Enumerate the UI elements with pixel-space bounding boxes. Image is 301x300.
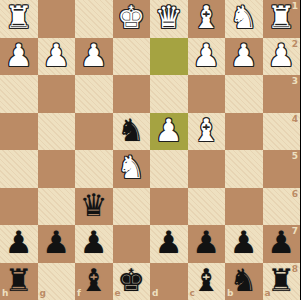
square-g3[interactable] — [38, 75, 76, 113]
square-a5[interactable]: 5 — [263, 150, 301, 188]
rank-label-5: 5 — [292, 152, 298, 161]
white-knight[interactable]: ♞ — [117, 152, 145, 183]
square-b6[interactable] — [225, 188, 263, 226]
square-a8[interactable]: ♜8a — [263, 263, 301, 300]
square-d2[interactable] — [150, 38, 188, 76]
square-h4[interactable] — [0, 113, 38, 151]
square-b4[interactable] — [225, 113, 263, 151]
square-f6[interactable]: ♛ — [75, 188, 113, 226]
file-label-g: g — [40, 289, 46, 298]
square-a6[interactable]: 6 — [263, 188, 301, 226]
white-pawn[interactable]: ♟ — [267, 40, 295, 71]
square-d5[interactable] — [150, 150, 188, 188]
rank-label-3: 3 — [292, 77, 298, 86]
square-f4[interactable] — [75, 113, 113, 151]
square-c5[interactable] — [188, 150, 226, 188]
white-pawn[interactable]: ♟ — [80, 40, 108, 71]
square-c1[interactable]: ♝ — [188, 0, 226, 38]
file-label-d: d — [152, 289, 158, 298]
black-pawn[interactable]: ♟ — [155, 227, 183, 258]
square-a7[interactable]: ♟7 — [263, 225, 301, 263]
black-bishop[interactable]: ♝ — [192, 265, 220, 296]
square-a1[interactable]: ♜1 — [263, 0, 301, 38]
square-c6[interactable] — [188, 188, 226, 226]
square-e3[interactable] — [113, 75, 151, 113]
square-e5[interactable]: ♞ — [113, 150, 151, 188]
square-g4[interactable] — [38, 113, 76, 151]
square-g8[interactable]: g — [38, 263, 76, 300]
square-f1[interactable] — [75, 0, 113, 38]
square-e8[interactable]: ♚e — [113, 263, 151, 300]
square-g6[interactable] — [38, 188, 76, 226]
black-pawn[interactable]: ♟ — [267, 227, 295, 258]
black-pawn[interactable]: ♟ — [5, 227, 33, 258]
square-a2[interactable]: ♟2 — [263, 38, 301, 76]
square-e2[interactable] — [113, 38, 151, 76]
square-e1[interactable]: ♚ — [113, 0, 151, 38]
square-b8[interactable]: ♞b — [225, 263, 263, 300]
white-pawn[interactable]: ♟ — [5, 40, 33, 71]
square-h5[interactable] — [0, 150, 38, 188]
square-h7[interactable]: ♟ — [0, 225, 38, 263]
square-c3[interactable] — [188, 75, 226, 113]
square-d6[interactable] — [150, 188, 188, 226]
white-queen[interactable]: ♛ — [155, 2, 183, 33]
square-h2[interactable]: ♟ — [0, 38, 38, 76]
white-pawn[interactable]: ♟ — [230, 40, 258, 71]
black-pawn[interactable]: ♟ — [230, 227, 258, 258]
square-b1[interactable]: ♞ — [225, 0, 263, 38]
white-bishop[interactable]: ♝ — [192, 115, 220, 146]
square-g7[interactable]: ♟ — [38, 225, 76, 263]
square-f5[interactable] — [75, 150, 113, 188]
white-king[interactable]: ♚ — [117, 2, 145, 33]
rank-label-6: 6 — [292, 190, 298, 199]
black-bishop[interactable]: ♝ — [80, 265, 108, 296]
square-g1[interactable] — [38, 0, 76, 38]
black-pawn[interactable]: ♟ — [192, 227, 220, 258]
black-rook[interactable]: ♜ — [267, 265, 295, 296]
chess-board-container: ♜♚♛♝♞♜1♟♟♟♟♟♟23♞♟♝4♞5♛6♟♟♟♟♟♟♟7♜hg♝f♚ed♝… — [0, 0, 300, 300]
square-b5[interactable] — [225, 150, 263, 188]
rank-label-4: 4 — [292, 115, 298, 124]
square-a3[interactable]: 3 — [263, 75, 301, 113]
black-pawn[interactable]: ♟ — [42, 227, 70, 258]
white-rook[interactable]: ♜ — [5, 2, 33, 33]
square-a4[interactable]: 4 — [263, 113, 301, 151]
white-rook[interactable]: ♜ — [267, 2, 295, 33]
square-d8[interactable]: d — [150, 263, 188, 300]
square-h8[interactable]: ♜h — [0, 263, 38, 300]
square-f2[interactable]: ♟ — [75, 38, 113, 76]
square-g2[interactable]: ♟ — [38, 38, 76, 76]
square-e7[interactable] — [113, 225, 151, 263]
square-d4[interactable]: ♟ — [150, 113, 188, 151]
square-c7[interactable]: ♟ — [188, 225, 226, 263]
square-e6[interactable] — [113, 188, 151, 226]
square-f7[interactable]: ♟ — [75, 225, 113, 263]
white-pawn[interactable]: ♟ — [192, 40, 220, 71]
black-rook[interactable]: ♜ — [5, 265, 33, 296]
square-f8[interactable]: ♝f — [75, 263, 113, 300]
chess-board: ♜♚♛♝♞♜1♟♟♟♟♟♟23♞♟♝4♞5♛6♟♟♟♟♟♟♟7♜hg♝f♚ed♝… — [0, 0, 300, 300]
square-d1[interactable]: ♛ — [150, 0, 188, 38]
square-b3[interactable] — [225, 75, 263, 113]
white-pawn[interactable]: ♟ — [155, 115, 183, 146]
square-e4[interactable]: ♞ — [113, 113, 151, 151]
square-b2[interactable]: ♟ — [225, 38, 263, 76]
black-king[interactable]: ♚ — [117, 265, 145, 296]
square-h1[interactable]: ♜ — [0, 0, 38, 38]
black-knight[interactable]: ♞ — [230, 265, 258, 296]
square-c4[interactable]: ♝ — [188, 113, 226, 151]
square-d7[interactable]: ♟ — [150, 225, 188, 263]
square-b7[interactable]: ♟ — [225, 225, 263, 263]
white-knight[interactable]: ♞ — [230, 2, 258, 33]
black-queen[interactable]: ♛ — [80, 190, 108, 221]
square-f3[interactable] — [75, 75, 113, 113]
black-knight[interactable]: ♞ — [117, 115, 145, 146]
white-bishop[interactable]: ♝ — [192, 2, 220, 33]
square-h3[interactable] — [0, 75, 38, 113]
square-d3[interactable] — [150, 75, 188, 113]
white-pawn[interactable]: ♟ — [42, 40, 70, 71]
square-c8[interactable]: ♝c — [188, 263, 226, 300]
black-pawn[interactable]: ♟ — [80, 227, 108, 258]
square-h6[interactable] — [0, 188, 38, 226]
square-g5[interactable] — [38, 150, 76, 188]
square-c2[interactable]: ♟ — [188, 38, 226, 76]
